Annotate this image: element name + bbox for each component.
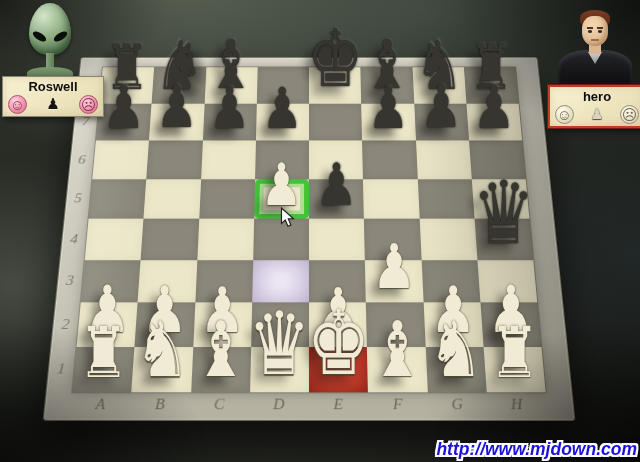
square-b2[interactable] (135, 302, 195, 346)
square-c8[interactable] (204, 67, 257, 103)
player-name-white: hero (583, 89, 611, 104)
square-e8[interactable] (309, 67, 361, 103)
square-c6[interactable] (201, 140, 256, 178)
square-e2[interactable] (309, 302, 367, 346)
file-label-h: H (487, 395, 548, 413)
square-b4[interactable] (141, 219, 199, 260)
square-h2[interactable] (480, 302, 541, 346)
square-b7[interactable] (149, 103, 204, 140)
square-d7[interactable] (256, 103, 309, 140)
square-b8[interactable] (152, 67, 206, 103)
square-a8[interactable] (99, 67, 154, 103)
square-c4[interactable] (197, 219, 254, 260)
hero-eye-icon (598, 30, 602, 33)
rank-label-5: 5 (65, 179, 92, 219)
square-f2[interactable] (366, 302, 425, 346)
square-h5[interactable] (472, 179, 530, 219)
mood-sad-icon: ☹ (79, 95, 98, 114)
square-d6[interactable] (255, 140, 309, 178)
square-g1[interactable] (425, 347, 486, 393)
square-f7[interactable] (361, 103, 415, 140)
square-a5[interactable] (89, 179, 147, 219)
square-h8[interactable] (464, 67, 519, 103)
square-b6[interactable] (146, 140, 202, 178)
file-label-d: D (249, 395, 309, 413)
square-e1[interactable] (309, 347, 368, 393)
player-panel-black: Roswell ☺ ♟ ☹ (2, 76, 104, 117)
rank-label-2: 2 (51, 302, 79, 346)
player-name-black: Roswell (28, 79, 77, 94)
square-g4[interactable] (419, 219, 477, 260)
square-h1[interactable] (483, 347, 545, 393)
square-f3[interactable] (365, 260, 423, 303)
square-g6[interactable] (416, 140, 472, 178)
mood-happy-icon: ☺ (555, 105, 574, 124)
file-label-g: G (427, 395, 488, 413)
game-window: 87654321ABCDEFGH ♜♞♝♚♝♞♜♟♟♟♟♟♟♟♟♛♟♟♟♟♟♟♟… (0, 0, 640, 462)
square-f1[interactable] (367, 347, 427, 393)
board-squares (72, 67, 545, 392)
square-g8[interactable] (412, 67, 466, 103)
square-a6[interactable] (92, 140, 149, 178)
square-b3[interactable] (138, 260, 197, 303)
square-g2[interactable] (423, 302, 483, 346)
square-d1[interactable] (250, 347, 309, 393)
square-f4[interactable] (364, 219, 421, 260)
alien-head (29, 3, 71, 55)
square-c3[interactable] (195, 260, 253, 303)
square-c5[interactable] (199, 179, 255, 219)
square-d2[interactable] (251, 302, 309, 346)
square-h7[interactable] (466, 103, 522, 140)
square-a7[interactable] (96, 103, 152, 140)
square-h6[interactable] (469, 140, 526, 178)
square-g3[interactable] (421, 260, 480, 303)
square-f5[interactable] (363, 179, 419, 219)
player-panel-white: hero ☺ ♟ ☹ (548, 85, 640, 128)
square-c1[interactable] (191, 347, 251, 393)
file-label-a: A (70, 395, 131, 413)
rank-label-4: 4 (60, 219, 87, 260)
square-g7[interactable] (414, 103, 469, 140)
file-label-f: F (368, 395, 428, 413)
rank-label-3: 3 (56, 260, 84, 303)
square-d3[interactable] (252, 260, 309, 303)
watermark-url: http://www.mjdown.com (436, 439, 637, 460)
square-d4[interactable] (253, 219, 309, 260)
file-label-c: C (190, 395, 250, 413)
square-e3[interactable] (309, 260, 366, 303)
alien-eye-icon (31, 30, 47, 44)
square-d5[interactable] (254, 179, 309, 219)
file-label-e: E (309, 395, 369, 413)
square-c7[interactable] (202, 103, 256, 140)
square-e4[interactable] (309, 219, 365, 260)
hero-avatar (552, 6, 638, 90)
square-b1[interactable] (131, 347, 192, 393)
file-label-b: B (130, 395, 191, 413)
square-a1[interactable] (72, 347, 134, 393)
alien-avatar (20, 1, 80, 81)
square-f6[interactable] (362, 140, 417, 178)
square-c2[interactable] (193, 302, 252, 346)
square-a3[interactable] (81, 260, 141, 303)
square-g5[interactable] (417, 179, 474, 219)
hero-eye-icon (588, 30, 592, 33)
square-a4[interactable] (85, 219, 144, 260)
square-f8[interactable] (361, 67, 414, 103)
square-e6[interactable] (309, 140, 363, 178)
square-h4[interactable] (474, 219, 533, 260)
mood-happy-icon: ☺ (8, 95, 27, 114)
square-e5[interactable] (309, 179, 364, 219)
alien-eye-icon (52, 30, 68, 44)
square-a2[interactable] (77, 302, 138, 346)
rank-label-1: 1 (47, 347, 76, 393)
mood-sad-icon: ☹ (620, 105, 639, 124)
square-e7[interactable] (309, 103, 362, 140)
square-b5[interactable] (144, 179, 201, 219)
white-pawn-icon: ♟ (590, 107, 603, 122)
square-h3[interactable] (477, 260, 537, 303)
black-pawn-icon: ♟ (46, 97, 59, 112)
square-d8[interactable] (257, 67, 309, 103)
hero-face (582, 16, 608, 46)
chess-board: 87654321ABCDEFGH (43, 57, 576, 421)
rank-label-6: 6 (69, 140, 95, 178)
